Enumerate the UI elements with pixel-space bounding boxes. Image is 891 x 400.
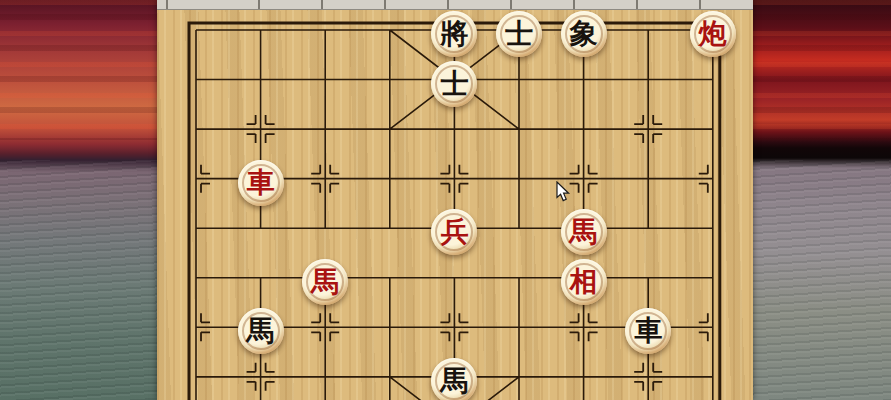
desktop-wallpaper-right [753, 0, 891, 400]
piece-black-advisor[interactable]: 士 [496, 11, 542, 57]
piece-character: 士 [440, 70, 468, 98]
piece-character: 象 [570, 20, 598, 48]
xiangqi-app-window: 將士象炮士車兵馬馬相馬車馬 [157, 0, 753, 400]
sea-waves [0, 160, 158, 400]
piece-black-advisor[interactable]: 士 [431, 61, 477, 107]
piece-character: 炮 [699, 20, 727, 48]
piece-character: 將 [440, 20, 468, 48]
piece-character: 馬 [247, 317, 275, 345]
piece-character: 士 [505, 20, 533, 48]
piece-red-elephant[interactable]: 相 [561, 259, 607, 305]
piece-red-horse[interactable]: 馬 [561, 209, 607, 255]
piece-red-cannon[interactable]: 炮 [690, 11, 736, 57]
piece-red-horse[interactable]: 馬 [302, 259, 348, 305]
sea-waves [753, 160, 891, 400]
piece-black-horse[interactable]: 馬 [431, 358, 477, 400]
piece-character: 車 [247, 169, 275, 197]
piece-black-horse[interactable]: 馬 [238, 308, 284, 354]
piece-character: 車 [634, 317, 662, 345]
piece-character: 馬 [311, 268, 339, 296]
piece-red-chariot[interactable]: 車 [238, 160, 284, 206]
sunset-clouds [753, 0, 891, 140]
piece-black-elephant[interactable]: 象 [561, 11, 607, 57]
piece-character: 馬 [440, 367, 468, 395]
piece-character: 馬 [570, 218, 598, 246]
desktop-wallpaper-left [0, 0, 158, 400]
piece-character: 相 [570, 268, 598, 296]
sunset-clouds [0, 0, 158, 140]
screen: { "game": "xiangqi", "position": "4kab1C… [0, 0, 891, 400]
piece-character: 兵 [440, 218, 468, 246]
